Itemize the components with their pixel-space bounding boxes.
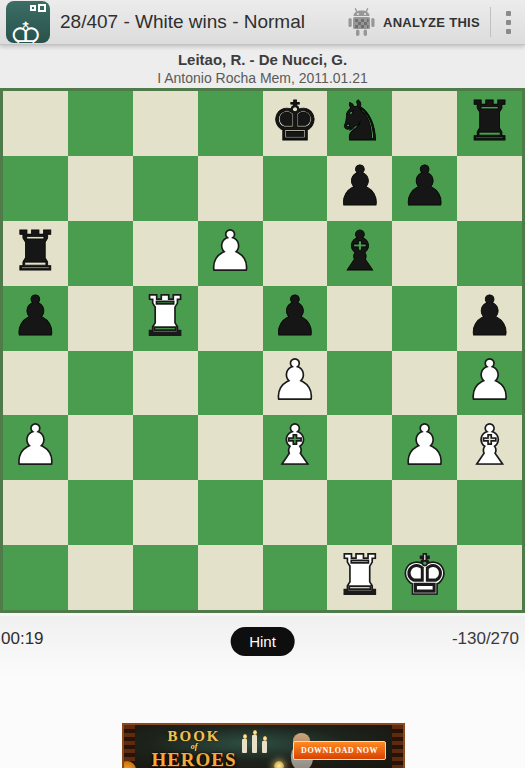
players-names: Leitao, R. - De Nucci, G.: [0, 50, 525, 70]
black-pawn: ♟: [335, 159, 384, 214]
square-f5[interactable]: [327, 286, 392, 351]
square-a5[interactable]: ♟: [3, 286, 68, 351]
square-e7[interactable]: [263, 156, 328, 221]
square-c1[interactable]: [133, 545, 198, 610]
game-info-header: Leitao, R. - De Nucci, G. I Antonio Roch…: [0, 45, 525, 88]
candle-icon: [252, 735, 257, 753]
white-rook: ♜: [335, 548, 384, 603]
white-pawn: ♟: [11, 418, 60, 473]
black-bishop: ♝: [335, 224, 384, 279]
white-pawn: ♟: [270, 353, 319, 408]
square-c8[interactable]: [133, 91, 198, 156]
white-king: ♚: [400, 548, 449, 603]
square-e3[interactable]: ♝: [263, 415, 328, 480]
square-g8[interactable]: [392, 91, 457, 156]
square-h2[interactable]: [457, 480, 522, 545]
square-d3[interactable]: [198, 415, 263, 480]
square-e1[interactable]: [263, 545, 328, 610]
square-b5[interactable]: [68, 286, 133, 351]
square-h7[interactable]: [457, 156, 522, 221]
square-d7[interactable]: [198, 156, 263, 221]
square-f8[interactable]: ♞: [327, 91, 392, 156]
square-g2[interactable]: [392, 480, 457, 545]
square-h6[interactable]: [457, 221, 522, 286]
square-c3[interactable]: [133, 415, 198, 480]
android-robot-icon: [348, 8, 375, 37]
square-b2[interactable]: [68, 480, 133, 545]
white-rook: ♜: [141, 289, 190, 344]
square-c6[interactable]: [133, 221, 198, 286]
square-a2[interactable]: [3, 480, 68, 545]
ad-ornament-right: [392, 725, 403, 768]
square-f7[interactable]: ♟: [327, 156, 392, 221]
square-g6[interactable]: [392, 221, 457, 286]
square-d6[interactable]: ♟: [198, 221, 263, 286]
square-a1[interactable]: [3, 545, 68, 610]
square-d8[interactable]: [198, 91, 263, 156]
timer: 00:19: [1, 629, 44, 649]
square-c2[interactable]: [133, 480, 198, 545]
square-b3[interactable]: [68, 415, 133, 480]
square-f3[interactable]: [327, 415, 392, 480]
black-rook: ♜: [11, 224, 60, 279]
square-f4[interactable]: [327, 351, 392, 416]
square-e6[interactable]: [263, 221, 328, 286]
white-bishop: ♝: [465, 418, 514, 473]
black-pawn: ♟: [400, 159, 449, 214]
chess-king-icon: ♔: [9, 18, 42, 43]
square-d5[interactable]: [198, 286, 263, 351]
ad-logo: BOOK of HEROES: [148, 728, 240, 768]
square-a6[interactable]: ♜: [3, 221, 68, 286]
candle-icon: [242, 739, 247, 753]
event-name-date: I Antonio Rocha Mem, 2011.01.21: [0, 70, 525, 87]
square-e5[interactable]: ♟: [263, 286, 328, 351]
square-h8[interactable]: ♜: [457, 91, 522, 156]
white-bishop: ♝: [270, 418, 319, 473]
download-now-button[interactable]: DOWNLOAD NOW: [293, 741, 386, 760]
square-c5[interactable]: ♜: [133, 286, 198, 351]
square-h1[interactable]: [457, 545, 522, 610]
candle-icon: [262, 741, 267, 753]
app-icon-square-decoration: [30, 5, 36, 11]
square-b1[interactable]: [68, 545, 133, 610]
action-bar: ♔ 28/407 - White wins - Normal ANA: [0, 0, 525, 45]
square-h5[interactable]: ♟: [457, 286, 522, 351]
square-h3[interactable]: ♝: [457, 415, 522, 480]
square-f6[interactable]: ♝: [327, 221, 392, 286]
square-g7[interactable]: ♟: [392, 156, 457, 221]
square-g4[interactable]: [392, 351, 457, 416]
score-counter: -130/270: [452, 629, 519, 649]
square-h4[interactable]: ♟: [457, 351, 522, 416]
ad-banner[interactable]: BOOK of HEROES DOWNLOAD NOW: [122, 723, 405, 768]
square-e4[interactable]: ♟: [263, 351, 328, 416]
white-pawn: ♟: [465, 353, 514, 408]
puzzle-title: 28/407 - White wins - Normal: [60, 11, 338, 33]
chess-board[interactable]: ♚♞♜♟♟♜♟♝♟♜♟♟♟♟♟♝♟♝♜♚: [0, 88, 525, 613]
square-b7[interactable]: [68, 156, 133, 221]
analyze-this-label: ANALYZE THIS: [383, 15, 480, 30]
black-rook: ♜: [465, 94, 514, 149]
white-pawn: ♟: [400, 418, 449, 473]
black-knight: ♞: [335, 94, 384, 149]
black-pawn: ♟: [270, 289, 319, 344]
square-a3[interactable]: ♟: [3, 415, 68, 480]
black-king: ♚: [270, 94, 319, 149]
hint-button[interactable]: Hint: [230, 627, 295, 656]
black-pawn: ♟: [11, 289, 60, 344]
glowing-orb: [274, 761, 284, 768]
square-e2[interactable]: [263, 480, 328, 545]
square-g5[interactable]: [392, 286, 457, 351]
overflow-menu-button[interactable]: [491, 0, 525, 45]
square-g1[interactable]: ♚: [392, 545, 457, 610]
square-g3[interactable]: ♟: [392, 415, 457, 480]
square-f1[interactable]: ♜: [327, 545, 392, 610]
app-icon-square-decoration: [38, 4, 46, 12]
square-e8[interactable]: ♚: [263, 91, 328, 156]
square-a4[interactable]: [3, 351, 68, 416]
square-d2[interactable]: [198, 480, 263, 545]
square-b4[interactable]: [68, 351, 133, 416]
square-b8[interactable]: [68, 91, 133, 156]
square-c4[interactable]: [133, 351, 198, 416]
square-a7[interactable]: [3, 156, 68, 221]
analyze-this-button[interactable]: ANALYZE THIS: [338, 0, 490, 45]
square-f2[interactable]: [327, 480, 392, 545]
square-a8[interactable]: [3, 91, 68, 156]
black-pawn: ♟: [465, 289, 514, 344]
square-d1[interactable]: [198, 545, 263, 610]
white-pawn: ♟: [205, 224, 254, 279]
square-b6[interactable]: [68, 221, 133, 286]
app-icon[interactable]: ♔: [6, 1, 50, 43]
square-c7[interactable]: [133, 156, 198, 221]
square-d4[interactable]: [198, 351, 263, 416]
